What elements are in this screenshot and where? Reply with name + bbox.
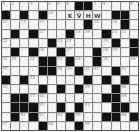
black-cell — [102, 113, 110, 121]
clue-number: 26 — [39, 48, 44, 52]
grid-cell[interactable] — [130, 30, 138, 38]
grid-cell[interactable]: 10 — [48, 11, 56, 19]
grid-cell[interactable] — [93, 30, 101, 38]
black-cell — [11, 30, 19, 38]
grid-cell[interactable]: 26 — [39, 48, 47, 56]
grid-cell[interactable]: H — [84, 11, 92, 19]
grid-cell[interactable]: 45 — [84, 85, 92, 93]
clue-number: 41 — [94, 67, 99, 71]
black-cell — [20, 11, 28, 19]
clue-number: 33 — [57, 57, 62, 61]
filled-letter: H — [84, 12, 92, 19]
black-cell — [66, 113, 74, 121]
black-cell — [29, 103, 37, 111]
grid-cell[interactable]: 14 — [39, 20, 47, 28]
clue-number: 3 — [30, 2, 33, 6]
black-cell — [75, 122, 83, 130]
black-cell — [39, 67, 47, 75]
black-cell — [75, 85, 83, 93]
clue-number: 45 — [85, 85, 90, 89]
clue-number: 52 — [21, 113, 26, 117]
grid-cell[interactable]: 20 — [112, 30, 120, 38]
black-cell — [121, 20, 129, 28]
grid-cell[interactable]: 39 — [66, 67, 74, 75]
grid-cell[interactable]: 52 — [20, 113, 28, 121]
black-cell — [112, 113, 120, 121]
grid-cell[interactable] — [2, 48, 10, 56]
grid-cell[interactable] — [29, 67, 37, 75]
black-cell — [84, 2, 92, 10]
grid-cell[interactable]: 31 — [11, 57, 19, 65]
grid-cell[interactable] — [130, 85, 138, 93]
grid-cell[interactable] — [93, 85, 101, 93]
grid-cell[interactable]: 47 — [29, 94, 37, 102]
black-cell — [102, 30, 110, 38]
grid-cell[interactable] — [2, 94, 10, 102]
black-cell — [11, 103, 19, 111]
grid-cell[interactable] — [48, 20, 56, 28]
grid-cell[interactable]: 58 — [48, 122, 56, 130]
grid-cell[interactable] — [121, 48, 129, 56]
grid-cell[interactable] — [130, 20, 138, 28]
grid-cell[interactable] — [39, 76, 47, 84]
clue-number: 35 — [103, 57, 108, 61]
grid-cell[interactable] — [20, 39, 28, 47]
grid-cell[interactable]: 23 — [57, 39, 65, 47]
clue-number: 43 — [30, 76, 35, 80]
grid-cell[interactable] — [112, 57, 120, 65]
grid-cell[interactable]: 6 — [66, 2, 74, 10]
black-cell — [39, 122, 47, 130]
grid-cell[interactable] — [84, 48, 92, 56]
grid-cell[interactable]: 40 — [84, 67, 92, 75]
grid-cell[interactable]: 3 — [29, 2, 37, 10]
grid-cell[interactable] — [75, 76, 83, 84]
clue-number: 40 — [85, 67, 90, 71]
black-cell — [29, 113, 37, 121]
grid-cell[interactable]: 5 — [57, 2, 65, 10]
black-cell — [20, 103, 28, 111]
grid-cell[interactable] — [102, 11, 110, 19]
black-cell — [48, 67, 56, 75]
grid-cell[interactable]: 49 — [121, 94, 129, 102]
grid-cell[interactable]: 42 — [121, 67, 129, 75]
black-cell — [130, 39, 138, 47]
clue-number: 56 — [121, 113, 126, 117]
black-cell — [75, 2, 83, 10]
black-cell — [112, 11, 120, 19]
grid-cell[interactable]: 24 — [66, 39, 74, 47]
black-cell — [93, 57, 101, 65]
grid-cell[interactable] — [2, 103, 10, 111]
grid-cell[interactable]: 43 — [29, 76, 37, 84]
clue-number: 53 — [39, 113, 44, 117]
clue-number: 57 — [3, 122, 8, 126]
grid-cell[interactable] — [29, 85, 37, 93]
grid-cell[interactable] — [57, 11, 65, 19]
black-cell — [84, 20, 92, 28]
black-cell — [20, 76, 28, 84]
grid-cell[interactable] — [57, 122, 65, 130]
grid-cell[interactable]: K — [66, 11, 74, 19]
clue-number: 5 — [57, 2, 60, 6]
clue-number: 2 — [12, 2, 15, 6]
clue-number: 8 — [103, 2, 106, 6]
clue-number: 16 — [112, 20, 117, 24]
clue-number: 22 — [3, 39, 8, 43]
grid-cell[interactable]: 56 — [121, 113, 129, 121]
clue-number: 31 — [12, 57, 17, 61]
grid-cell[interactable] — [112, 2, 120, 10]
grid-cell[interactable] — [57, 94, 65, 102]
black-cell — [121, 76, 129, 84]
clue-number: 29 — [112, 48, 117, 52]
grid-cell[interactable]: W — [93, 11, 101, 19]
clue-number: 25 — [103, 39, 108, 43]
grid-cell[interactable]: 55 — [75, 113, 83, 121]
grid-cell[interactable]: 12 — [2, 20, 10, 28]
clue-number: 18 — [76, 30, 81, 34]
grid-cell[interactable] — [121, 39, 129, 47]
grid-cell[interactable]: 50 — [39, 103, 47, 111]
clue-number: 27 — [66, 48, 71, 52]
clue-number: 30 — [3, 57, 8, 61]
grid-cell[interactable] — [102, 67, 110, 75]
grid-cell[interactable] — [121, 122, 129, 130]
clue-number: 58 — [48, 122, 53, 126]
black-cell — [57, 103, 65, 111]
filled-letter: W — [93, 12, 101, 19]
grid-cell[interactable]: 13 — [20, 20, 28, 28]
grid-cell[interactable]: 29 — [112, 48, 120, 56]
grid-cell[interactable] — [66, 122, 74, 130]
grid-cell[interactable] — [29, 11, 37, 19]
grid-cell[interactable]: 33 — [57, 57, 65, 65]
black-cell — [130, 113, 138, 121]
grid-cell[interactable]: 30 — [2, 57, 10, 65]
black-cell — [39, 57, 47, 65]
grid-cell[interactable] — [2, 30, 10, 38]
clue-number: 46 — [121, 85, 126, 89]
grid-cell[interactable] — [20, 57, 28, 65]
grid-cell[interactable] — [130, 76, 138, 84]
black-cell — [29, 30, 37, 38]
grid-cell[interactable] — [48, 103, 56, 111]
black-cell — [112, 94, 120, 102]
grid-cell[interactable]: 59 — [84, 122, 92, 130]
grid-cell[interactable] — [93, 39, 101, 47]
black-cell — [57, 85, 65, 93]
grid-cell[interactable] — [66, 94, 74, 102]
grid-cell[interactable] — [39, 39, 47, 47]
grid-cell[interactable] — [130, 11, 138, 19]
black-cell — [11, 48, 19, 56]
clue-number: 49 — [121, 94, 126, 98]
grid-cell[interactable] — [130, 67, 138, 75]
grid-cell[interactable] — [20, 85, 28, 93]
black-cell — [93, 48, 101, 56]
grid-cell[interactable] — [66, 20, 74, 28]
grid-cell[interactable] — [93, 122, 101, 130]
black-cell — [39, 85, 47, 93]
grid-cell[interactable] — [29, 39, 37, 47]
grid-cell[interactable] — [84, 113, 92, 121]
black-cell — [2, 11, 10, 19]
grid-cell[interactable]: 22 — [2, 39, 10, 47]
clue-number: 24 — [66, 39, 71, 43]
grid-cell[interactable]: 16 — [112, 20, 120, 28]
grid-cell[interactable] — [11, 122, 19, 130]
grid-cell[interactable] — [75, 20, 83, 28]
grid-cell[interactable] — [84, 94, 92, 102]
black-cell — [29, 48, 37, 56]
grid-cell[interactable] — [20, 2, 28, 10]
grid-cell[interactable] — [66, 103, 74, 111]
grid-cell[interactable] — [48, 85, 56, 93]
grid-cell[interactable]: 34 — [75, 57, 83, 65]
grid-cell[interactable] — [102, 103, 110, 111]
grid-cell[interactable]: 18 — [75, 30, 83, 38]
grid-cell[interactable]: 48 — [39, 94, 47, 102]
black-cell — [130, 48, 138, 56]
grid-cell[interactable] — [39, 2, 47, 10]
clue-number: 55 — [76, 113, 81, 117]
grid-cell[interactable] — [84, 39, 92, 47]
black-cell — [11, 113, 19, 121]
grid-cell[interactable] — [29, 122, 37, 130]
grid-cell[interactable]: 25 — [102, 39, 110, 47]
clue-number: 14 — [39, 20, 44, 24]
grid-cell[interactable] — [75, 48, 83, 56]
grid-cell[interactable] — [102, 20, 110, 28]
grid-cell[interactable] — [48, 48, 56, 56]
black-cell — [84, 76, 92, 84]
grid-cell[interactable] — [112, 122, 120, 130]
grid-cell[interactable] — [102, 85, 110, 93]
clue-number: 44 — [3, 85, 8, 89]
black-cell — [75, 103, 83, 111]
filled-letter: V — [75, 12, 83, 19]
grid-cell[interactable]: 21 — [121, 30, 129, 38]
clue-number: 1 — [3, 2, 6, 6]
clue-number: 21 — [121, 30, 126, 34]
clue-number: 51 — [85, 103, 90, 107]
grid-cell[interactable] — [20, 122, 28, 130]
grid-cell[interactable]: 11V — [75, 11, 83, 19]
black-cell — [66, 57, 74, 65]
clue-number: 19 — [85, 30, 90, 34]
grid-cell[interactable]: 35 — [102, 57, 110, 65]
clue-number: 34 — [76, 57, 81, 61]
grid-cell[interactable] — [93, 113, 101, 121]
grid-cell[interactable] — [11, 11, 19, 19]
grid-cell[interactable]: 54 — [57, 113, 65, 121]
grid-cell[interactable] — [75, 94, 83, 102]
black-cell — [112, 39, 120, 47]
black-cell — [112, 85, 120, 93]
filled-letter: K — [66, 12, 74, 19]
grid-cell[interactable]: 38 — [57, 67, 65, 75]
clue-number: 12 — [3, 20, 8, 24]
grid-cell[interactable] — [93, 76, 101, 84]
grid-cell[interactable]: 27 — [66, 48, 74, 56]
grid-cell[interactable] — [48, 30, 56, 38]
grid-cell[interactable]: 44 — [2, 85, 10, 93]
clue-number: 13 — [21, 20, 26, 24]
crossword-board: 12345678910K11VHW12131415161718192021222… — [1, 1, 139, 131]
grid-cell[interactable] — [29, 20, 37, 28]
black-cell — [112, 67, 120, 75]
grid-cell[interactable]: 15 — [93, 20, 101, 28]
grid-cell[interactable] — [48, 113, 56, 121]
black-cell — [112, 103, 120, 111]
grid-cell[interactable]: 53 — [39, 113, 47, 121]
grid-cell[interactable]: 19 — [84, 30, 92, 38]
grid-cell[interactable]: 46 — [121, 85, 129, 93]
grid-cell[interactable]: 8 — [102, 2, 110, 10]
grid-cell[interactable] — [93, 103, 101, 111]
grid-cell[interactable] — [121, 57, 129, 65]
grid-cell[interactable] — [20, 48, 28, 56]
grid-cell[interactable] — [84, 57, 92, 65]
clue-number: 36 — [130, 57, 135, 61]
clue-number: 50 — [39, 103, 44, 107]
black-cell — [48, 39, 56, 47]
clue-number: 47 — [30, 94, 35, 98]
clue-number: 23 — [57, 39, 62, 43]
black-cell — [121, 103, 129, 111]
black-cell — [66, 30, 74, 38]
grid-cell[interactable] — [48, 76, 56, 84]
black-cell — [48, 57, 56, 65]
black-cell — [2, 76, 10, 84]
grid-cell[interactable]: 57 — [2, 122, 10, 130]
grid-cell[interactable] — [130, 122, 138, 130]
grid-cell[interactable] — [57, 20, 65, 28]
grid-cell[interactable]: 41 — [93, 67, 101, 75]
black-cell — [102, 76, 110, 84]
clue-number: 9 — [130, 2, 133, 6]
clue-number: 6 — [66, 2, 69, 6]
grid-cell[interactable] — [112, 76, 120, 84]
grid-cell[interactable] — [130, 103, 138, 111]
grid-cell[interactable] — [20, 67, 28, 75]
black-cell — [39, 11, 47, 19]
clue-number: 54 — [57, 113, 62, 117]
grid-cell[interactable] — [11, 85, 19, 93]
clue-number: 15 — [94, 20, 99, 24]
clue-number: 7 — [94, 2, 97, 6]
grid-cell[interactable]: 17 — [39, 30, 47, 38]
clue-number: 37 — [3, 67, 8, 71]
grid-cell[interactable]: 37 — [2, 67, 10, 75]
grid-cell[interactable]: 2 — [11, 2, 19, 10]
black-cell — [75, 67, 83, 75]
clue-number: 32 — [30, 57, 35, 61]
clue-number: 4 — [48, 2, 51, 6]
crossword-page: 12345678910K11VHW12131415161718192021222… — [0, 0, 140, 132]
grid-cell[interactable] — [75, 39, 83, 47]
grid-cell[interactable] — [11, 39, 19, 47]
black-cell — [11, 94, 19, 102]
clue-number: 59 — [85, 122, 90, 126]
grid-cell[interactable] — [2, 113, 10, 121]
clue-number: 38 — [57, 67, 62, 71]
grid-cell[interactable]: 32 — [29, 57, 37, 65]
grid-cell[interactable]: 1 — [2, 2, 10, 10]
grid-cell[interactable] — [20, 30, 28, 38]
grid-cell[interactable] — [130, 94, 138, 102]
clue-number: 10 — [48, 11, 53, 15]
grid-cell[interactable]: 7 — [93, 2, 101, 10]
grid-cell[interactable] — [11, 67, 19, 75]
grid-cell[interactable] — [66, 85, 74, 93]
grid-cell[interactable] — [11, 76, 19, 84]
grid-cell[interactable] — [11, 20, 19, 28]
grid-cell[interactable]: 36 — [130, 57, 138, 65]
clue-number: 20 — [112, 30, 117, 34]
clue-number: 42 — [121, 67, 126, 71]
clue-number: 39 — [66, 67, 71, 71]
grid-cell[interactable] — [102, 122, 110, 130]
clue-number: 28 — [103, 48, 108, 52]
grid-cell[interactable] — [48, 94, 56, 102]
clue-number: 48 — [39, 94, 44, 98]
grid-cell[interactable] — [57, 30, 65, 38]
grid-cell[interactable] — [66, 76, 74, 84]
grid-cell[interactable]: 4 — [48, 2, 56, 10]
grid-cell[interactable] — [57, 76, 65, 84]
grid-cell[interactable]: 51 — [84, 103, 92, 111]
grid-cell[interactable]: 28 — [102, 48, 110, 56]
clue-number: 17 — [39, 30, 44, 34]
black-cell — [102, 94, 110, 102]
grid-cell[interactable]: 9 — [130, 2, 138, 10]
black-cell — [57, 48, 65, 56]
black-cell — [20, 94, 28, 102]
grid-cell[interactable] — [121, 2, 129, 10]
black-cell — [121, 11, 129, 19]
grid-cell[interactable] — [93, 94, 101, 102]
